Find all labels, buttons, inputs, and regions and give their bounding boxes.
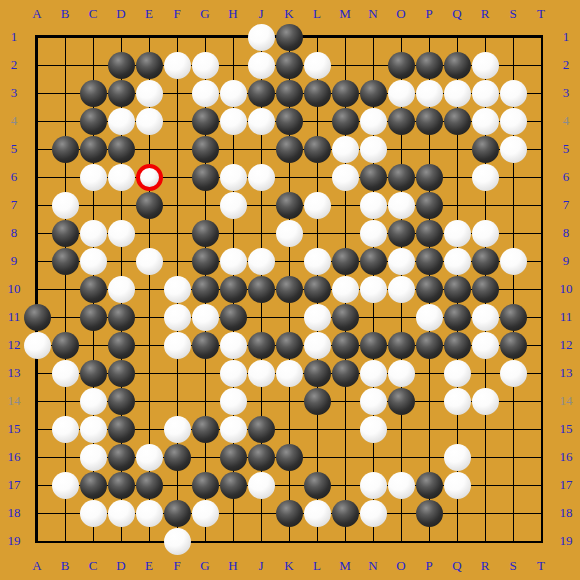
intersection-T16[interactable] (527, 443, 555, 471)
intersection-G7[interactable] (191, 191, 219, 219)
intersection-T19[interactable] (527, 527, 555, 555)
intersection-S19[interactable] (499, 527, 527, 555)
stone-black-B8[interactable] (52, 220, 79, 247)
stone-black-P2[interactable] (416, 52, 443, 79)
intersection-M2[interactable] (331, 51, 359, 79)
intersection-C14[interactable] (79, 387, 107, 415)
stone-white-N13[interactable] (360, 360, 387, 387)
intersection-O13[interactable] (387, 359, 415, 387)
intersection-K17[interactable] (275, 471, 303, 499)
intersection-K3[interactable] (275, 79, 303, 107)
stone-black-P4[interactable] (416, 108, 443, 135)
intersection-Q1[interactable] (443, 23, 471, 51)
stone-black-J3[interactable] (248, 80, 275, 107)
stone-white-R4[interactable] (472, 108, 499, 135)
stone-black-C17[interactable] (80, 472, 107, 499)
stone-white-P3[interactable] (416, 80, 443, 107)
stone-white-J9[interactable] (248, 248, 275, 275)
intersection-R9[interactable] (471, 247, 499, 275)
intersection-M4[interactable] (331, 107, 359, 135)
intersection-G12[interactable] (191, 331, 219, 359)
intersection-O12[interactable] (387, 331, 415, 359)
intersection-G1[interactable] (191, 23, 219, 51)
intersection-H16[interactable] (219, 443, 247, 471)
intersection-F1[interactable] (163, 23, 191, 51)
intersection-K18[interactable] (275, 499, 303, 527)
intersection-B1[interactable] (51, 23, 79, 51)
intersection-R14[interactable] (471, 387, 499, 415)
intersection-C7[interactable] (79, 191, 107, 219)
intersection-F16[interactable] (163, 443, 191, 471)
intersection-O5[interactable] (387, 135, 415, 163)
intersection-A16[interactable] (23, 443, 51, 471)
intersection-N16[interactable] (359, 443, 387, 471)
intersection-F3[interactable] (163, 79, 191, 107)
intersection-O1[interactable] (387, 23, 415, 51)
stone-white-E18[interactable] (136, 500, 163, 527)
intersection-J14[interactable] (247, 387, 275, 415)
stone-white-F2[interactable] (164, 52, 191, 79)
intersection-O6[interactable] (387, 163, 415, 191)
intersection-G14[interactable] (191, 387, 219, 415)
intersection-F2[interactable] (163, 51, 191, 79)
intersection-Q7[interactable] (443, 191, 471, 219)
intersection-J15[interactable] (247, 415, 275, 443)
stone-white-Q16[interactable] (444, 444, 471, 471)
intersection-O2[interactable] (387, 51, 415, 79)
stone-black-D11[interactable] (108, 304, 135, 331)
intersection-L1[interactable] (303, 23, 331, 51)
intersection-M8[interactable] (331, 219, 359, 247)
intersection-Q17[interactable] (443, 471, 471, 499)
intersection-K13[interactable] (275, 359, 303, 387)
intersection-D8[interactable] (107, 219, 135, 247)
intersection-C3[interactable] (79, 79, 107, 107)
stone-black-L3[interactable] (304, 80, 331, 107)
intersection-N6[interactable] (359, 163, 387, 191)
intersection-N11[interactable] (359, 303, 387, 331)
stone-black-L14[interactable] (304, 388, 331, 415)
stone-black-D14[interactable] (108, 388, 135, 415)
intersection-G17[interactable] (191, 471, 219, 499)
intersection-D19[interactable] (107, 527, 135, 555)
intersection-P11[interactable] (415, 303, 443, 331)
intersection-T14[interactable] (527, 387, 555, 415)
stone-white-G3[interactable] (192, 80, 219, 107)
stone-white-N15[interactable] (360, 416, 387, 443)
intersection-L15[interactable] (303, 415, 331, 443)
stone-black-C5[interactable] (80, 136, 107, 163)
intersection-S9[interactable] (499, 247, 527, 275)
intersection-M10[interactable] (331, 275, 359, 303)
stone-white-H12[interactable] (220, 332, 247, 359)
intersection-K4[interactable] (275, 107, 303, 135)
stone-black-H17[interactable] (220, 472, 247, 499)
stone-black-F18[interactable] (164, 500, 191, 527)
stone-black-G17[interactable] (192, 472, 219, 499)
stone-black-G15[interactable] (192, 416, 219, 443)
intersection-F9[interactable] (163, 247, 191, 275)
intersection-L8[interactable] (303, 219, 331, 247)
intersection-E18[interactable] (135, 499, 163, 527)
intersection-G11[interactable] (191, 303, 219, 331)
stone-white-O10[interactable] (388, 276, 415, 303)
intersection-N5[interactable] (359, 135, 387, 163)
stone-white-N5[interactable] (360, 136, 387, 163)
intersection-J5[interactable] (247, 135, 275, 163)
intersection-H9[interactable] (219, 247, 247, 275)
stone-white-R12[interactable] (472, 332, 499, 359)
stone-black-P9[interactable] (416, 248, 443, 275)
intersection-D12[interactable] (107, 331, 135, 359)
intersection-E15[interactable] (135, 415, 163, 443)
intersection-N13[interactable] (359, 359, 387, 387)
stone-black-C13[interactable] (80, 360, 107, 387)
stone-black-E2[interactable] (136, 52, 163, 79)
stone-black-N12[interactable] (360, 332, 387, 359)
stone-black-K3[interactable] (276, 80, 303, 107)
stone-black-M18[interactable] (332, 500, 359, 527)
intersection-H2[interactable] (219, 51, 247, 79)
intersection-Q5[interactable] (443, 135, 471, 163)
intersection-T4[interactable] (527, 107, 555, 135)
stone-white-Q3[interactable] (444, 80, 471, 107)
intersection-O9[interactable] (387, 247, 415, 275)
intersection-T13[interactable] (527, 359, 555, 387)
stone-black-L5[interactable] (304, 136, 331, 163)
stone-white-C16[interactable] (80, 444, 107, 471)
intersection-R11[interactable] (471, 303, 499, 331)
stone-white-A12[interactable] (24, 332, 51, 359)
stone-black-N9[interactable] (360, 248, 387, 275)
intersection-B3[interactable] (51, 79, 79, 107)
stone-white-N10[interactable] (360, 276, 387, 303)
stone-black-M11[interactable] (332, 304, 359, 331)
stone-white-F15[interactable] (164, 416, 191, 443)
stone-white-H7[interactable] (220, 192, 247, 219)
intersection-N10[interactable] (359, 275, 387, 303)
intersection-C9[interactable] (79, 247, 107, 275)
intersection-S2[interactable] (499, 51, 527, 79)
intersection-H18[interactable] (219, 499, 247, 527)
intersection-H14[interactable] (219, 387, 247, 415)
intersection-N15[interactable] (359, 415, 387, 443)
intersection-E11[interactable] (135, 303, 163, 331)
intersection-T1[interactable] (527, 23, 555, 51)
stone-black-O12[interactable] (388, 332, 415, 359)
intersection-P16[interactable] (415, 443, 443, 471)
stone-white-E9[interactable] (136, 248, 163, 275)
intersection-O4[interactable] (387, 107, 415, 135)
intersection-J10[interactable] (247, 275, 275, 303)
stone-black-C11[interactable] (80, 304, 107, 331)
stone-black-P6[interactable] (416, 164, 443, 191)
intersection-H8[interactable] (219, 219, 247, 247)
stone-white-C14[interactable] (80, 388, 107, 415)
stone-black-K16[interactable] (276, 444, 303, 471)
intersection-J4[interactable] (247, 107, 275, 135)
intersection-A12[interactable] (23, 331, 51, 359)
intersection-C16[interactable] (79, 443, 107, 471)
intersection-D18[interactable] (107, 499, 135, 527)
intersection-P7[interactable] (415, 191, 443, 219)
stone-black-M4[interactable] (332, 108, 359, 135)
intersection-R5[interactable] (471, 135, 499, 163)
intersection-L14[interactable] (303, 387, 331, 415)
stone-white-B15[interactable] (52, 416, 79, 443)
intersection-O3[interactable] (387, 79, 415, 107)
stone-black-Q4[interactable] (444, 108, 471, 135)
intersection-O11[interactable] (387, 303, 415, 331)
intersection-P12[interactable] (415, 331, 443, 359)
intersection-L4[interactable] (303, 107, 331, 135)
stone-black-G4[interactable] (192, 108, 219, 135)
intersection-L11[interactable] (303, 303, 331, 331)
intersection-S5[interactable] (499, 135, 527, 163)
stone-black-G5[interactable] (192, 136, 219, 163)
intersection-S17[interactable] (499, 471, 527, 499)
intersection-C19[interactable] (79, 527, 107, 555)
intersection-T15[interactable] (527, 415, 555, 443)
intersection-P18[interactable] (415, 499, 443, 527)
intersection-L18[interactable] (303, 499, 331, 527)
intersection-D14[interactable] (107, 387, 135, 415)
intersection-R17[interactable] (471, 471, 499, 499)
intersection-F18[interactable] (163, 499, 191, 527)
intersection-M12[interactable] (331, 331, 359, 359)
stone-white-F12[interactable] (164, 332, 191, 359)
intersection-M18[interactable] (331, 499, 359, 527)
intersection-M5[interactable] (331, 135, 359, 163)
intersection-B2[interactable] (51, 51, 79, 79)
stone-white-G11[interactable] (192, 304, 219, 331)
stone-black-B12[interactable] (52, 332, 79, 359)
intersection-Q2[interactable] (443, 51, 471, 79)
stone-black-F16[interactable] (164, 444, 191, 471)
stone-white-Q8[interactable] (444, 220, 471, 247)
intersection-M6[interactable] (331, 163, 359, 191)
stone-black-K1[interactable] (276, 24, 303, 51)
intersection-R8[interactable] (471, 219, 499, 247)
intersection-D5[interactable] (107, 135, 135, 163)
stone-white-D8[interactable] (108, 220, 135, 247)
intersection-D10[interactable] (107, 275, 135, 303)
intersection-S13[interactable] (499, 359, 527, 387)
stone-black-G12[interactable] (192, 332, 219, 359)
stone-black-E17[interactable] (136, 472, 163, 499)
intersection-R15[interactable] (471, 415, 499, 443)
intersection-S4[interactable] (499, 107, 527, 135)
intersection-K11[interactable] (275, 303, 303, 331)
intersection-L6[interactable] (303, 163, 331, 191)
intersection-Q15[interactable] (443, 415, 471, 443)
stone-white-B7[interactable] (52, 192, 79, 219)
stone-white-K13[interactable] (276, 360, 303, 387)
intersection-Q10[interactable] (443, 275, 471, 303)
intersection-A4[interactable] (23, 107, 51, 135)
intersection-G15[interactable] (191, 415, 219, 443)
intersection-J6[interactable] (247, 163, 275, 191)
intersection-G4[interactable] (191, 107, 219, 135)
stone-white-B13[interactable] (52, 360, 79, 387)
intersection-A18[interactable] (23, 499, 51, 527)
stone-white-R3[interactable] (472, 80, 499, 107)
stone-black-R9[interactable] (472, 248, 499, 275)
intersection-N9[interactable] (359, 247, 387, 275)
stone-white-L18[interactable] (304, 500, 331, 527)
intersection-D6[interactable] (107, 163, 135, 191)
stone-black-O6[interactable] (388, 164, 415, 191)
intersection-A5[interactable] (23, 135, 51, 163)
intersection-J3[interactable] (247, 79, 275, 107)
intersection-P2[interactable] (415, 51, 443, 79)
intersection-N2[interactable] (359, 51, 387, 79)
intersection-M13[interactable] (331, 359, 359, 387)
intersection-J1[interactable] (247, 23, 275, 51)
intersection-B13[interactable] (51, 359, 79, 387)
intersection-T10[interactable] (527, 275, 555, 303)
intersection-C10[interactable] (79, 275, 107, 303)
intersection-N14[interactable] (359, 387, 387, 415)
stone-white-B17[interactable] (52, 472, 79, 499)
intersection-F17[interactable] (163, 471, 191, 499)
intersection-H4[interactable] (219, 107, 247, 135)
intersection-H7[interactable] (219, 191, 247, 219)
intersection-D9[interactable] (107, 247, 135, 275)
intersection-O14[interactable] (387, 387, 415, 415)
intersection-C8[interactable] (79, 219, 107, 247)
intersection-F4[interactable] (163, 107, 191, 135)
intersection-E13[interactable] (135, 359, 163, 387)
stone-black-K12[interactable] (276, 332, 303, 359)
stone-white-J13[interactable] (248, 360, 275, 387)
intersection-B17[interactable] (51, 471, 79, 499)
stone-white-F10[interactable] (164, 276, 191, 303)
stone-black-M12[interactable] (332, 332, 359, 359)
intersection-O17[interactable] (387, 471, 415, 499)
stone-black-K10[interactable] (276, 276, 303, 303)
intersection-Q11[interactable] (443, 303, 471, 331)
intersection-D11[interactable] (107, 303, 135, 331)
stone-white-G18[interactable] (192, 500, 219, 527)
intersection-N18[interactable] (359, 499, 387, 527)
stone-black-S11[interactable] (500, 304, 527, 331)
intersection-M11[interactable] (331, 303, 359, 331)
intersection-D3[interactable] (107, 79, 135, 107)
intersection-R6[interactable] (471, 163, 499, 191)
stone-black-M9[interactable] (332, 248, 359, 275)
intersection-D17[interactable] (107, 471, 135, 499)
intersection-O19[interactable] (387, 527, 415, 555)
intersection-Q12[interactable] (443, 331, 471, 359)
intersection-T2[interactable] (527, 51, 555, 79)
intersection-S1[interactable] (499, 23, 527, 51)
stone-black-P12[interactable] (416, 332, 443, 359)
intersection-L3[interactable] (303, 79, 331, 107)
intersection-G13[interactable] (191, 359, 219, 387)
intersection-B10[interactable] (51, 275, 79, 303)
intersection-N3[interactable] (359, 79, 387, 107)
intersection-D15[interactable] (107, 415, 135, 443)
intersection-G18[interactable] (191, 499, 219, 527)
stone-black-E7[interactable] (136, 192, 163, 219)
stone-black-O4[interactable] (388, 108, 415, 135)
stone-black-D5[interactable] (108, 136, 135, 163)
intersection-E3[interactable] (135, 79, 163, 107)
stone-white-P11[interactable] (416, 304, 443, 331)
intersection-H1[interactable] (219, 23, 247, 51)
intersection-A14[interactable] (23, 387, 51, 415)
stone-black-L13[interactable] (304, 360, 331, 387)
stone-black-D16[interactable] (108, 444, 135, 471)
intersection-D16[interactable] (107, 443, 135, 471)
intersection-L7[interactable] (303, 191, 331, 219)
intersection-K19[interactable] (275, 527, 303, 555)
intersection-O15[interactable] (387, 415, 415, 443)
intersection-T5[interactable] (527, 135, 555, 163)
stone-black-J10[interactable] (248, 276, 275, 303)
intersection-E9[interactable] (135, 247, 163, 275)
intersection-D13[interactable] (107, 359, 135, 387)
intersection-H10[interactable] (219, 275, 247, 303)
stone-white-S5[interactable] (500, 136, 527, 163)
stone-white-M10[interactable] (332, 276, 359, 303)
intersection-K6[interactable] (275, 163, 303, 191)
intersection-S12[interactable] (499, 331, 527, 359)
intersection-Q9[interactable] (443, 247, 471, 275)
stone-white-R2[interactable] (472, 52, 499, 79)
intersection-F5[interactable] (163, 135, 191, 163)
stone-black-R5[interactable] (472, 136, 499, 163)
intersection-J8[interactable] (247, 219, 275, 247)
intersection-N8[interactable] (359, 219, 387, 247)
stone-black-K2[interactable] (276, 52, 303, 79)
stone-white-C18[interactable] (80, 500, 107, 527)
stone-white-H14[interactable] (220, 388, 247, 415)
intersection-K7[interactable] (275, 191, 303, 219)
intersection-T8[interactable] (527, 219, 555, 247)
stone-black-C3[interactable] (80, 80, 107, 107)
intersection-L17[interactable] (303, 471, 331, 499)
stone-white-H3[interactable] (220, 80, 247, 107)
intersection-S14[interactable] (499, 387, 527, 415)
intersection-B4[interactable] (51, 107, 79, 135)
intersection-Q16[interactable] (443, 443, 471, 471)
intersection-O7[interactable] (387, 191, 415, 219)
intersection-K12[interactable] (275, 331, 303, 359)
intersection-S6[interactable] (499, 163, 527, 191)
intersection-P10[interactable] (415, 275, 443, 303)
intersection-T6[interactable] (527, 163, 555, 191)
stone-white-N7[interactable] (360, 192, 387, 219)
intersection-E6[interactable] (135, 163, 163, 191)
intersection-J9[interactable] (247, 247, 275, 275)
intersection-F19[interactable] (163, 527, 191, 555)
stone-white-L9[interactable] (304, 248, 331, 275)
stone-black-B5[interactable] (52, 136, 79, 163)
stone-white-E4[interactable] (136, 108, 163, 135)
intersection-F11[interactable] (163, 303, 191, 331)
intersection-O10[interactable] (387, 275, 415, 303)
stone-white-H9[interactable] (220, 248, 247, 275)
stone-black-P18[interactable] (416, 500, 443, 527)
intersection-E4[interactable] (135, 107, 163, 135)
intersection-Q3[interactable] (443, 79, 471, 107)
stone-white-E16[interactable] (136, 444, 163, 471)
stone-white-H13[interactable] (220, 360, 247, 387)
intersection-H6[interactable] (219, 163, 247, 191)
intersection-F8[interactable] (163, 219, 191, 247)
